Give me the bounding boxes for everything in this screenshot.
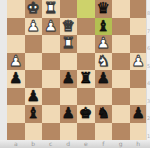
square-f1[interactable] (95, 123, 113, 141)
square-a7[interactable] (7, 18, 25, 36)
file-label-d: d (60, 141, 78, 147)
square-f3[interactable] (95, 88, 113, 106)
piece-white-king[interactable]: ♚ (27, 0, 40, 18)
square-c7[interactable]: ♟ (42, 18, 60, 36)
square-e3[interactable] (77, 88, 95, 106)
piece-black-pawn[interactable]: ♟ (97, 70, 110, 88)
square-b3[interactable]: ♟ (25, 88, 43, 106)
square-f8[interactable]: ♛ (95, 0, 113, 18)
piece-black-pawn[interactable]: ♟ (9, 70, 22, 88)
square-h1[interactable] (130, 123, 148, 141)
square-c6[interactable] (42, 35, 60, 53)
square-d6[interactable]: ♜ (60, 35, 78, 53)
rank-label-6: 6 (147, 46, 150, 51)
rank-label-4: 4 (147, 81, 150, 86)
square-d2[interactable]: ♟ (60, 105, 78, 123)
piece-black-knight[interactable]: ♞ (97, 105, 110, 123)
square-a4[interactable]: ♟ (7, 70, 25, 88)
square-f6[interactable]: ♟ (95, 35, 113, 53)
piece-white-pawn[interactable]: ♟ (97, 35, 110, 53)
square-f2[interactable]: ♞ (95, 105, 113, 123)
square-e5[interactable] (77, 53, 95, 71)
rank-label-2: 2 (147, 116, 150, 121)
square-b6[interactable] (25, 35, 43, 53)
square-a1[interactable] (7, 123, 25, 141)
square-e4[interactable]: ♜ (77, 70, 95, 88)
piece-white-knight[interactable]: ♞ (97, 53, 110, 71)
square-f7[interactable]: ♝ (95, 18, 113, 36)
piece-black-pawn[interactable]: ♟ (27, 88, 40, 106)
square-d1[interactable] (60, 123, 78, 141)
piece-white-queen[interactable]: ♛ (62, 18, 75, 36)
file-label-c: c (42, 141, 60, 147)
piece-white-pawn[interactable]: ♟ (9, 53, 22, 71)
square-d5[interactable] (60, 53, 78, 71)
file-label-a: a (7, 141, 25, 147)
square-f4[interactable]: ♟ (95, 70, 113, 88)
rank-label-7: 7 (147, 29, 150, 34)
piece-black-queen[interactable]: ♛ (97, 0, 110, 18)
piece-white-rook[interactable]: ♜ (62, 35, 75, 53)
file-label-f: f (95, 141, 113, 147)
square-g8[interactable] (112, 0, 130, 18)
square-c1[interactable] (42, 123, 60, 141)
square-a3[interactable] (7, 88, 25, 106)
square-h4[interactable] (130, 70, 148, 88)
square-e6[interactable] (77, 35, 95, 53)
square-c5[interactable] (42, 53, 60, 71)
file-label-e: e (77, 141, 95, 147)
piece-black-pawn[interactable]: ♟ (132, 105, 145, 123)
square-h3[interactable] (130, 88, 148, 106)
square-a6[interactable] (7, 35, 25, 53)
square-a5[interactable]: ♟ (7, 53, 25, 71)
square-b7[interactable]: ♟ (25, 18, 43, 36)
file-label-b: b (25, 141, 43, 147)
piece-white-pawn[interactable]: ♟ (44, 18, 57, 36)
square-g1[interactable] (112, 123, 130, 141)
square-h2[interactable]: ♟ (130, 105, 148, 123)
square-e1[interactable] (77, 123, 95, 141)
square-d8[interactable] (60, 0, 78, 18)
square-c4[interactable] (42, 70, 60, 88)
chess-board: ♚♜♛♟♟♛♝♜♟♟♞♟♟♟♜♟♟♝♟♚♞♟ (7, 0, 147, 140)
square-a8[interactable] (7, 0, 25, 18)
square-a2[interactable] (7, 105, 25, 123)
square-f5[interactable]: ♞ (95, 53, 113, 71)
square-c8[interactable]: ♜ (42, 0, 60, 18)
square-h7[interactable] (130, 18, 148, 36)
square-b2[interactable]: ♝ (25, 105, 43, 123)
square-g5[interactable] (112, 53, 130, 71)
square-c2[interactable] (42, 105, 60, 123)
rank-label-1: 1 (147, 134, 150, 139)
square-g6[interactable] (112, 35, 130, 53)
square-e2[interactable]: ♚ (77, 105, 95, 123)
square-g7[interactable] (112, 18, 130, 36)
rank-label-3: 3 (147, 99, 150, 104)
square-d3[interactable] (60, 88, 78, 106)
file-label-h: h (130, 141, 148, 147)
square-e8[interactable] (77, 0, 95, 18)
square-b8[interactable]: ♚ (25, 0, 43, 18)
piece-white-rook[interactable]: ♜ (44, 0, 57, 18)
square-g3[interactable] (112, 88, 130, 106)
square-g4[interactable] (112, 70, 130, 88)
square-d4[interactable]: ♟ (60, 70, 78, 88)
square-b4[interactable] (25, 70, 43, 88)
square-b1[interactable] (25, 123, 43, 141)
square-b5[interactable] (25, 53, 43, 71)
square-h8[interactable] (130, 0, 148, 18)
rank-label-5: 5 (147, 64, 150, 69)
piece-black-pawn[interactable]: ♟ (62, 70, 75, 88)
square-h6[interactable] (130, 35, 148, 53)
square-e7[interactable] (77, 18, 95, 36)
square-c3[interactable] (42, 88, 60, 106)
square-g2[interactable] (112, 105, 130, 123)
piece-white-pawn[interactable]: ♟ (132, 53, 145, 71)
piece-black-bishop[interactable]: ♝ (27, 105, 40, 123)
piece-black-bishop[interactable]: ♝ (97, 18, 110, 36)
rank-label-8: 8 (147, 11, 150, 16)
piece-black-pawn[interactable]: ♟ (62, 105, 75, 123)
piece-white-pawn[interactable]: ♟ (27, 18, 40, 36)
square-h5[interactable]: ♟ (130, 53, 148, 71)
page: ♚♜♛♟♟♛♝♜♟♟♞♟♟♟♜♟♟♝♟♚♞♟ abcdefgh 87654321 (0, 0, 150, 148)
piece-black-rook[interactable]: ♜ (79, 70, 92, 88)
piece-black-king[interactable]: ♚ (79, 105, 92, 123)
square-d7[interactable]: ♛ (60, 18, 78, 36)
file-label-g: g (112, 141, 130, 147)
